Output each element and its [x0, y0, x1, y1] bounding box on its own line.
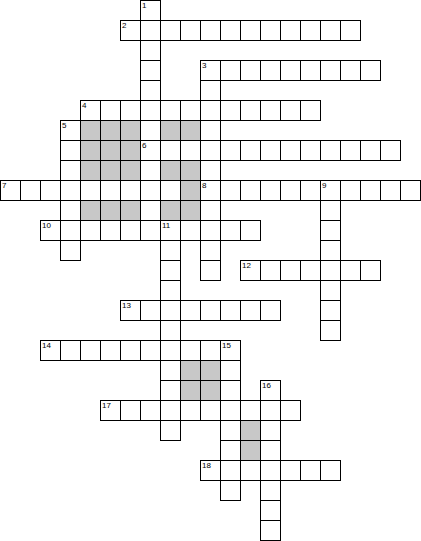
- grid-cell[interactable]: [200, 340, 221, 361]
- grid-cell[interactable]: [220, 20, 241, 41]
- grid-cell[interactable]: [360, 140, 381, 161]
- grid-cell[interactable]: [60, 160, 81, 181]
- clue-number: 9: [322, 181, 326, 190]
- grid-cell[interactable]: [220, 180, 241, 201]
- grid-cell[interactable]: [320, 200, 341, 221]
- grid-cell[interactable]: [260, 180, 281, 201]
- grid-cell[interactable]: [160, 280, 181, 301]
- clue-number: 16: [262, 381, 271, 390]
- grid-cell[interactable]: [160, 140, 181, 161]
- grid-cell[interactable]: [200, 120, 221, 141]
- grid-cell[interactable]: [100, 100, 121, 121]
- grid-cell[interactable]: [260, 500, 281, 521]
- grid-cell[interactable]: [260, 400, 281, 421]
- grid-cell[interactable]: [240, 220, 261, 241]
- grid-cell[interactable]: [200, 300, 221, 321]
- grid-cell[interactable]: [160, 320, 181, 341]
- grid-cell[interactable]: [340, 180, 361, 201]
- shaded-cell: [80, 160, 101, 181]
- grid-cell[interactable]: [160, 420, 181, 441]
- grid-cell[interactable]: [140, 400, 161, 421]
- shaded-cell: [160, 120, 181, 141]
- clue-number: 15: [222, 341, 231, 350]
- grid-cell[interactable]: [300, 460, 321, 481]
- clue-number: 2: [122, 21, 126, 30]
- grid-cell[interactable]: [320, 300, 341, 321]
- grid-cell[interactable]: [200, 260, 221, 281]
- grid-cell[interactable]: [160, 380, 181, 401]
- grid-cell[interactable]: [240, 60, 261, 81]
- shaded-cell: [120, 140, 141, 161]
- grid-cell[interactable]: [180, 400, 201, 421]
- grid-cell[interactable]: [320, 140, 341, 161]
- grid-cell[interactable]: [140, 180, 161, 201]
- shaded-cell: [120, 200, 141, 221]
- grid-cell[interactable]: [300, 180, 321, 201]
- grid-cell[interactable]: [240, 460, 261, 481]
- shaded-cell: [100, 120, 121, 141]
- grid-cell[interactable]: [240, 180, 261, 201]
- grid-cell[interactable]: [60, 340, 81, 361]
- grid-cell[interactable]: [300, 100, 321, 121]
- grid-cell[interactable]: [140, 160, 161, 181]
- grid-cell[interactable]: [100, 340, 121, 361]
- grid-cell[interactable]: [40, 180, 61, 201]
- grid-cell[interactable]: [280, 20, 301, 41]
- grid-cell[interactable]: 8: [200, 180, 221, 201]
- grid-cell[interactable]: 16: [260, 380, 281, 401]
- grid-cell[interactable]: 14: [40, 340, 61, 361]
- grid-cell[interactable]: [140, 60, 161, 81]
- grid-cell[interactable]: [300, 140, 321, 161]
- shaded-cell: [120, 160, 141, 181]
- grid-cell[interactable]: [340, 60, 361, 81]
- grid-cell[interactable]: [300, 20, 321, 41]
- grid-cell[interactable]: [140, 100, 161, 121]
- shaded-cell: [160, 160, 181, 181]
- clue-number: 11: [162, 221, 170, 230]
- clue-number: 8: [202, 181, 206, 190]
- clue-number: 6: [142, 141, 146, 150]
- clue-number: 3: [202, 61, 206, 70]
- grid-cell[interactable]: [260, 520, 281, 541]
- grid-cell[interactable]: [120, 220, 141, 241]
- shaded-cell: [240, 440, 261, 461]
- shaded-cell: [200, 380, 221, 401]
- grid-cell[interactable]: [220, 60, 241, 81]
- shaded-cell: [180, 120, 201, 141]
- grid-cell[interactable]: 2: [120, 20, 141, 41]
- grid-cell[interactable]: [160, 240, 181, 261]
- grid-cell[interactable]: [360, 60, 381, 81]
- grid-cell[interactable]: [60, 240, 81, 261]
- grid-cell[interactable]: [340, 20, 361, 41]
- grid-cell[interactable]: [200, 140, 221, 161]
- grid-cell[interactable]: [160, 260, 181, 281]
- shaded-cell: [160, 200, 181, 221]
- grid-cell[interactable]: [200, 240, 221, 261]
- shaded-cell: [180, 360, 201, 381]
- grid-cell[interactable]: [60, 180, 81, 201]
- grid-cell[interactable]: [200, 200, 221, 221]
- grid-cell[interactable]: [160, 360, 181, 381]
- shaded-cell: [180, 200, 201, 221]
- grid-cell[interactable]: 9: [320, 180, 341, 201]
- grid-cell[interactable]: 5: [60, 120, 81, 141]
- grid-cell[interactable]: [280, 460, 301, 481]
- grid-cell[interactable]: [260, 480, 281, 501]
- grid-cell[interactable]: [300, 260, 321, 281]
- clue-number: 1: [142, 1, 146, 10]
- grid-cell[interactable]: [280, 100, 301, 121]
- grid-cell[interactable]: [240, 140, 261, 161]
- grid-cell[interactable]: [180, 340, 201, 361]
- clue-number: 10: [42, 221, 51, 230]
- shaded-cell: [100, 160, 121, 181]
- grid-cell[interactable]: [280, 260, 301, 281]
- grid-cell[interactable]: [260, 440, 281, 461]
- grid-cell[interactable]: [220, 220, 241, 241]
- grid-cell[interactable]: [360, 260, 381, 281]
- shaded-cell: [100, 200, 121, 221]
- grid-cell[interactable]: [180, 100, 201, 121]
- clue-number: 17: [102, 401, 111, 410]
- shaded-cell: [120, 120, 141, 141]
- grid-cell[interactable]: [340, 140, 361, 161]
- grid-cell[interactable]: [240, 100, 261, 121]
- grid-cell[interactable]: [280, 60, 301, 81]
- grid-cell[interactable]: [120, 340, 141, 361]
- grid-cell[interactable]: [260, 20, 281, 41]
- shaded-cell: [180, 160, 201, 181]
- grid-cell[interactable]: 13: [120, 300, 141, 321]
- grid-cell[interactable]: [320, 240, 341, 261]
- grid-cell[interactable]: [200, 220, 221, 241]
- grid-cell[interactable]: [320, 20, 341, 41]
- grid-cell[interactable]: [320, 460, 341, 481]
- grid-cell[interactable]: [60, 140, 81, 161]
- grid-cell[interactable]: [260, 460, 281, 481]
- grid-cell[interactable]: [260, 100, 281, 121]
- grid-cell[interactable]: [320, 220, 341, 241]
- shaded-cell: [80, 120, 101, 141]
- grid-cell[interactable]: [320, 280, 341, 301]
- grid-cell[interactable]: [160, 340, 181, 361]
- grid-cell[interactable]: [320, 60, 341, 81]
- grid-cell[interactable]: [280, 400, 301, 421]
- grid-cell[interactable]: [20, 180, 41, 201]
- shaded-cell: [100, 140, 121, 161]
- grid-cell[interactable]: [260, 140, 281, 161]
- grid-cell[interactable]: [320, 320, 341, 341]
- grid-cell[interactable]: [260, 60, 281, 81]
- clue-number: 7: [2, 181, 6, 190]
- grid-cell[interactable]: [220, 360, 241, 381]
- shaded-cell: [240, 420, 261, 441]
- grid-cell[interactable]: [180, 20, 201, 41]
- grid-cell[interactable]: [200, 160, 221, 181]
- grid-cell[interactable]: 3: [200, 60, 221, 81]
- grid-cell[interactable]: [160, 100, 181, 121]
- grid-cell[interactable]: [140, 80, 161, 101]
- shaded-cell: [80, 140, 101, 161]
- grid-cell[interactable]: 6: [140, 140, 161, 161]
- grid-cell[interactable]: [320, 260, 341, 281]
- grid-cell[interactable]: 18: [200, 460, 221, 481]
- grid-cell[interactable]: [380, 180, 401, 201]
- grid-cell[interactable]: [340, 260, 361, 281]
- grid-cell[interactable]: [100, 220, 121, 241]
- grid-cell[interactable]: [240, 300, 261, 321]
- grid-cell[interactable]: [80, 180, 101, 201]
- clue-number: 4: [82, 101, 86, 110]
- grid-cell[interactable]: [220, 300, 241, 321]
- grid-cell[interactable]: [140, 300, 161, 321]
- grid-cell[interactable]: [220, 480, 241, 501]
- grid-cell[interactable]: [240, 20, 261, 41]
- grid-cell[interactable]: [220, 440, 241, 461]
- grid-cell[interactable]: [280, 180, 301, 201]
- grid-cell[interactable]: [180, 220, 201, 241]
- clue-number: 14: [42, 341, 51, 350]
- grid-cell[interactable]: 7: [0, 180, 21, 201]
- grid-cell[interactable]: [60, 220, 81, 241]
- grid-cell[interactable]: 1: [140, 0, 161, 21]
- grid-cell[interactable]: [260, 300, 281, 321]
- grid-cell[interactable]: [120, 100, 141, 121]
- grid-cell[interactable]: [240, 400, 261, 421]
- grid-cell[interactable]: [120, 180, 141, 201]
- grid-cell[interactable]: 11: [160, 220, 181, 241]
- grid-cell[interactable]: [200, 80, 221, 101]
- grid-cell[interactable]: [140, 200, 161, 221]
- grid-cell[interactable]: [160, 400, 181, 421]
- grid-cell[interactable]: [140, 40, 161, 61]
- shaded-cell: [180, 180, 201, 201]
- grid-cell[interactable]: [60, 200, 81, 221]
- grid-cell[interactable]: [140, 20, 161, 41]
- grid-cell[interactable]: 15: [220, 340, 241, 361]
- grid-cell[interactable]: [80, 220, 101, 241]
- grid-cell[interactable]: [180, 300, 201, 321]
- grid-cell[interactable]: [140, 220, 161, 241]
- grid-cell[interactable]: [260, 420, 281, 441]
- grid-cell[interactable]: [280, 140, 301, 161]
- grid-cell[interactable]: 4: [80, 100, 101, 121]
- grid-cell[interactable]: [120, 400, 141, 421]
- shaded-cell: [180, 380, 201, 401]
- grid-cell[interactable]: 17: [100, 400, 121, 421]
- grid-cell[interactable]: [360, 180, 381, 201]
- grid-cell[interactable]: [220, 380, 241, 401]
- grid-cell[interactable]: [180, 140, 201, 161]
- clue-number: 18: [202, 461, 211, 470]
- crossword-grid: 123456789101112131415161718: [0, 0, 421, 541]
- grid-cell[interactable]: [260, 260, 281, 281]
- grid-cell[interactable]: 12: [240, 260, 261, 281]
- grid-cell[interactable]: [220, 100, 241, 121]
- clue-number: 5: [62, 121, 66, 130]
- clue-number: 12: [242, 261, 251, 270]
- grid-cell[interactable]: [80, 340, 101, 361]
- grid-cell[interactable]: [160, 300, 181, 321]
- grid-cell[interactable]: [200, 100, 221, 121]
- grid-cell[interactable]: [160, 20, 181, 41]
- clue-number: 13: [122, 301, 131, 310]
- grid-cell[interactable]: [220, 400, 241, 421]
- grid-cell[interactable]: [220, 460, 241, 481]
- grid-cell[interactable]: [220, 140, 241, 161]
- grid-cell[interactable]: [140, 340, 161, 361]
- grid-cell[interactable]: [200, 400, 221, 421]
- grid-cell[interactable]: [200, 20, 221, 41]
- grid-cell[interactable]: 10: [40, 220, 61, 241]
- grid-cell[interactable]: [300, 60, 321, 81]
- grid-cell[interactable]: [380, 140, 401, 161]
- grid-cell[interactable]: [140, 120, 161, 141]
- grid-cell[interactable]: [100, 180, 121, 201]
- grid-cell[interactable]: [400, 180, 421, 201]
- grid-cell[interactable]: [220, 420, 241, 441]
- shaded-cell: [200, 360, 221, 381]
- shaded-cell: [80, 200, 101, 221]
- grid-cell[interactable]: [160, 180, 181, 201]
